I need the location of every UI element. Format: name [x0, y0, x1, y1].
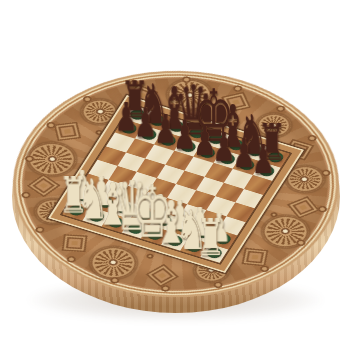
white-rook-h1[interactable]: ♜	[196, 218, 225, 258]
dot-carving	[295, 239, 307, 247]
black-pawn-h7[interactable]: ♟	[252, 144, 276, 176]
dot-carving	[212, 281, 224, 289]
dot-carving	[65, 255, 77, 263]
diamond-carving	[242, 248, 269, 267]
diamond-carving	[27, 174, 61, 198]
dot-carving	[275, 104, 287, 112]
scene: ♜♞♝♛♚♝♞♜♟♟♟♟♟♟♟♟♟♟♟♟♟♟♟♟♜♞♝♛♚♝♞♜	[0, 0, 350, 350]
product-photo-stage: ♜♞♝♛♚♝♞♜♟♟♟♟♟♟♟♟♟♟♟♟♟♟♟♟♜♞♝♛♚♝♞♜	[0, 0, 350, 350]
dot-carving	[34, 226, 46, 234]
rosette-carving	[83, 241, 144, 283]
dot-carving	[145, 253, 154, 259]
diamond-carving	[62, 234, 88, 252]
dot-carving	[259, 265, 271, 273]
diamond-carving	[145, 263, 179, 286]
diamond-carving	[287, 196, 320, 219]
dot-carving	[317, 205, 329, 213]
diamond-carving	[54, 122, 82, 141]
dot-carving	[20, 191, 32, 199]
dot-carving	[306, 134, 318, 142]
round-chess-board: ♜♞♝♛♚♝♞♜♟♟♟♟♟♟♟♟♟♟♟♟♟♟♟♟♜♞♝♛♚♝♞♜	[0, 35, 350, 334]
dot-carving	[160, 285, 172, 293]
dot-carving	[269, 211, 278, 217]
rosette-carving	[255, 210, 316, 252]
dot-carving	[109, 276, 121, 284]
